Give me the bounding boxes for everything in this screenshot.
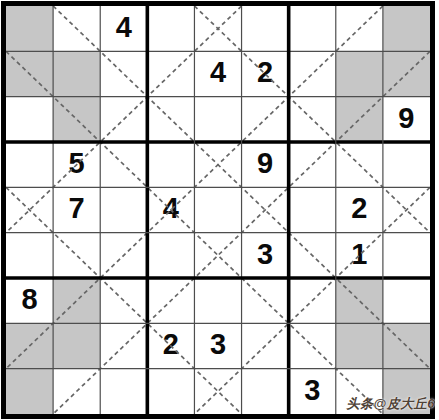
given-digit: 4 [163,194,179,223]
cell-r3c4 [147,97,194,142]
cell-r7c7 [289,278,336,323]
cell-r5c7 [289,187,336,232]
given-digit: 7 [69,194,85,223]
cell-r2c9 [383,51,430,96]
cell-r6c5 [194,233,241,278]
cell-r8c5: 3 [194,323,241,368]
given-digit: 3 [304,376,320,405]
cell-r5c5 [194,187,241,232]
given-digit: 2 [351,194,367,223]
given-digit: 9 [398,104,414,133]
cell-r9c1 [6,369,53,414]
cell-r8c2 [53,323,100,368]
cell-r3c6 [242,97,289,142]
cell-r4c3 [100,142,147,187]
cell-r2c2 [53,51,100,96]
cell-r9c4 [147,369,194,414]
cell-r9c7: 3 [289,369,336,414]
cell-r7c3 [100,278,147,323]
cell-r1c8 [336,6,383,51]
cell-r4c1 [6,142,53,187]
cell-r2c8 [336,51,383,96]
cell-r2c4 [147,51,194,96]
cell-r8c4: 2 [147,323,194,368]
cell-r5c4: 4 [147,187,194,232]
cell-r3c5 [194,97,241,142]
cell-r2c5: 4 [194,51,241,96]
cell-r8c1 [6,323,53,368]
given-digit: 1 [351,240,367,269]
cell-r4c5 [194,142,241,187]
cell-r9c5 [194,369,241,414]
cell-r7c5 [194,278,241,323]
cell-r5c9 [383,187,430,232]
cell-r9c2 [53,369,100,414]
cell-r2c1 [6,51,53,96]
given-digit: 3 [257,240,273,269]
cell-r1c4 [147,6,194,51]
cell-r6c2 [53,233,100,278]
cell-r5c1 [6,187,53,232]
cell-r4c6: 9 [242,142,289,187]
cell-r6c7 [289,233,336,278]
cell-r1c6 [242,6,289,51]
cell-r7c8 [336,278,383,323]
cell-r9c6 [242,369,289,414]
cell-r9c3 [100,369,147,414]
cell-r4c2: 5 [53,142,100,187]
cell-r3c3 [100,97,147,142]
cell-r1c7 [289,6,336,51]
sudoku-board: 442959742318233 [1,1,435,419]
cell-r4c8 [336,142,383,187]
cell-r7c4 [147,278,194,323]
watermark: 头条@皮大丘6 [347,395,435,413]
cell-r7c2 [53,278,100,323]
cell-r8c6 [242,323,289,368]
cell-r6c4 [147,233,194,278]
cell-r8c7 [289,323,336,368]
cell-r1c9 [383,6,430,51]
cell-r4c7 [289,142,336,187]
cell-r3c7 [289,97,336,142]
cell-r2c6: 2 [242,51,289,96]
given-digit: 4 [210,58,226,87]
given-digit: 2 [163,330,179,359]
cell-r7c6 [242,278,289,323]
cell-r1c3: 4 [100,6,147,51]
given-digit: 9 [257,149,273,178]
cell-r6c9 [383,233,430,278]
cell-r2c7 [289,51,336,96]
given-digit: 4 [116,13,132,42]
cell-r6c6: 3 [242,233,289,278]
cell-r8c9 [383,323,430,368]
sudoku-grid: 442959742318233 [6,6,430,414]
cell-r2c3 [100,51,147,96]
cell-r4c4 [147,142,194,187]
cell-r3c1 [6,97,53,142]
cell-r3c2 [53,97,100,142]
cell-r1c2 [53,6,100,51]
given-digit: 2 [257,58,273,87]
cell-r7c9 [383,278,430,323]
cell-r4c9 [383,142,430,187]
cell-r5c8: 2 [336,187,383,232]
cell-r3c8 [336,97,383,142]
argyle-sudoku-page: 442959742318233 头条@皮大丘6 [0,0,439,420]
cell-r1c1 [6,6,53,51]
cell-r6c8: 1 [336,233,383,278]
cell-r6c1 [6,233,53,278]
cell-r3c9: 9 [383,97,430,142]
cell-r5c3 [100,187,147,232]
given-digit: 3 [210,330,226,359]
cell-r1c5 [194,6,241,51]
given-digit: 8 [21,285,37,314]
cell-r5c2: 7 [53,187,100,232]
given-digit: 5 [69,149,85,178]
cell-r6c3 [100,233,147,278]
cell-r7c1: 8 [6,278,53,323]
cell-r5c6 [242,187,289,232]
cell-r8c3 [100,323,147,368]
cell-r8c8 [336,323,383,368]
